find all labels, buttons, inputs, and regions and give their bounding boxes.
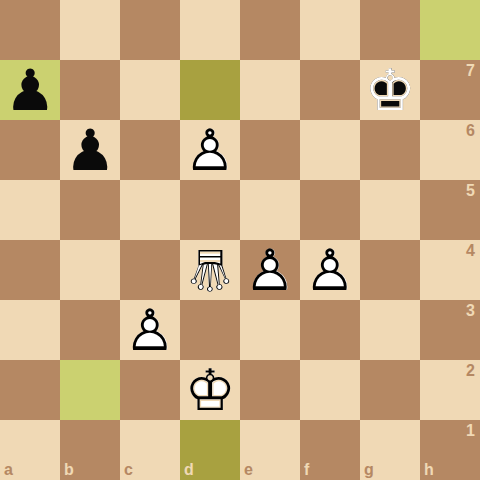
square-f3[interactable]: [300, 300, 360, 360]
square-d1[interactable]: d: [180, 420, 240, 480]
piece-outline-layer: ♔: [360, 60, 420, 120]
piece-outline-layer: ♔: [180, 360, 240, 420]
square-g5[interactable]: [360, 180, 420, 240]
square-c8[interactable]: [120, 0, 180, 60]
square-a7[interactable]: ♟: [0, 60, 60, 120]
file-label-f: f: [304, 462, 309, 478]
square-e8[interactable]: [240, 0, 300, 60]
file-label-d: d: [184, 462, 194, 478]
square-f5[interactable]: [300, 180, 360, 240]
black-king-piece[interactable]: ♚♔: [360, 60, 420, 120]
square-h4[interactable]: 4: [420, 240, 480, 300]
square-c5[interactable]: [120, 180, 180, 240]
piece-outline-layer: ♙: [240, 240, 300, 300]
square-c4[interactable]: [120, 240, 180, 300]
rank-label-3: 3: [466, 303, 475, 319]
white-pawn-piece[interactable]: ♟♙: [120, 300, 180, 360]
file-label-e: e: [244, 462, 253, 478]
rank-label-1: 1: [466, 423, 475, 439]
square-b1[interactable]: b: [60, 420, 120, 480]
square-g2[interactable]: [360, 360, 420, 420]
piece-fill-layer: ♟: [60, 120, 120, 180]
file-label-b: b: [64, 462, 74, 478]
square-b2[interactable]: [60, 360, 120, 420]
white-pawn-piece[interactable]: ♟♙: [300, 240, 360, 300]
square-g3[interactable]: [360, 300, 420, 360]
square-d2[interactable]: ♚♔: [180, 360, 240, 420]
square-b5[interactable]: [60, 180, 120, 240]
rank-label-5: 5: [466, 183, 475, 199]
square-d3[interactable]: [180, 300, 240, 360]
square-f6[interactable]: [300, 120, 360, 180]
square-g4[interactable]: [360, 240, 420, 300]
square-b6[interactable]: ♟: [60, 120, 120, 180]
white-king-piece[interactable]: ♚♔: [180, 360, 240, 420]
square-c6[interactable]: [120, 120, 180, 180]
square-h6[interactable]: 6: [420, 120, 480, 180]
square-h5[interactable]: 5: [420, 180, 480, 240]
piece-fill-layer: ♟: [0, 60, 60, 120]
square-h7[interactable]: 7: [420, 60, 480, 120]
rank-label-4: 4: [466, 243, 475, 259]
piece-outline-layer: ♙: [120, 300, 180, 360]
square-e2[interactable]: [240, 360, 300, 420]
square-c7[interactable]: [120, 60, 180, 120]
square-e7[interactable]: [240, 60, 300, 120]
square-a5[interactable]: [0, 180, 60, 240]
square-b8[interactable]: [60, 0, 120, 60]
square-b3[interactable]: [60, 300, 120, 360]
square-h1[interactable]: 1h: [420, 420, 480, 480]
square-h3[interactable]: 3: [420, 300, 480, 360]
square-e6[interactable]: [240, 120, 300, 180]
square-a1[interactable]: a: [0, 420, 60, 480]
square-a3[interactable]: [0, 300, 60, 360]
white-pawn-piece[interactable]: ♟♙: [240, 240, 300, 300]
square-c3[interactable]: ♟♙: [120, 300, 180, 360]
square-f8[interactable]: [300, 0, 360, 60]
black-pawn-piece[interactable]: ♟: [60, 120, 120, 180]
file-label-a: a: [4, 462, 13, 478]
file-label-c: c: [124, 462, 133, 478]
square-d4[interactable]: ♛♕: [180, 240, 240, 300]
square-e4[interactable]: ♟♙: [240, 240, 300, 300]
black-pawn-piece[interactable]: ♟: [0, 60, 60, 120]
square-a8[interactable]: [0, 0, 60, 60]
piece-outline-layer: ♕: [180, 240, 240, 300]
square-d8[interactable]: [180, 0, 240, 60]
chess-board: ♟♚♔7♟♟♙65♛♕♟♙♟♙4♟♙3♚♔2abcdefg1h: [0, 0, 480, 480]
white-queen-piece[interactable]: ♛♕: [180, 240, 240, 300]
square-f4[interactable]: ♟♙: [300, 240, 360, 300]
square-f7[interactable]: [300, 60, 360, 120]
square-c1[interactable]: c: [120, 420, 180, 480]
square-g7[interactable]: ♚♔: [360, 60, 420, 120]
square-a2[interactable]: [0, 360, 60, 420]
square-a4[interactable]: [0, 240, 60, 300]
square-b7[interactable]: [60, 60, 120, 120]
square-e5[interactable]: [240, 180, 300, 240]
square-f1[interactable]: f: [300, 420, 360, 480]
square-g8[interactable]: [360, 0, 420, 60]
square-d5[interactable]: [180, 180, 240, 240]
white-pawn-piece[interactable]: ♟♙: [180, 120, 240, 180]
square-b4[interactable]: [60, 240, 120, 300]
rank-label-6: 6: [466, 123, 475, 139]
piece-outline-layer: ♙: [180, 120, 240, 180]
square-c2[interactable]: [120, 360, 180, 420]
square-g1[interactable]: g: [360, 420, 420, 480]
file-label-g: g: [364, 462, 374, 478]
file-label-h: h: [424, 462, 434, 478]
square-h2[interactable]: 2: [420, 360, 480, 420]
square-a6[interactable]: [0, 120, 60, 180]
rank-label-7: 7: [466, 63, 475, 79]
square-e1[interactable]: e: [240, 420, 300, 480]
square-e3[interactable]: [240, 300, 300, 360]
square-d7[interactable]: [180, 60, 240, 120]
square-d6[interactable]: ♟♙: [180, 120, 240, 180]
square-g6[interactable]: [360, 120, 420, 180]
rank-label-2: 2: [466, 363, 475, 379]
piece-outline-layer: ♙: [300, 240, 360, 300]
square-f2[interactable]: [300, 360, 360, 420]
square-h8[interactable]: [420, 0, 480, 60]
